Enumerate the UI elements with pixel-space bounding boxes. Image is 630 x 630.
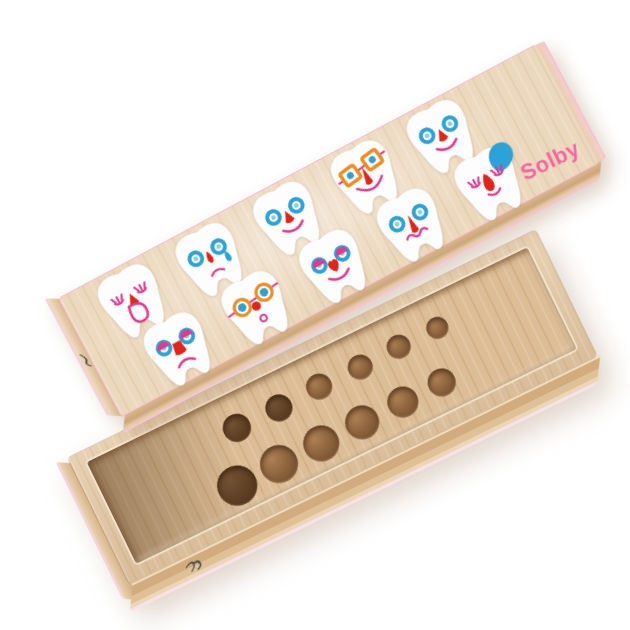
product-photo-scene: Solby	[0, 0, 630, 630]
tooth-characters	[59, 45, 536, 299]
